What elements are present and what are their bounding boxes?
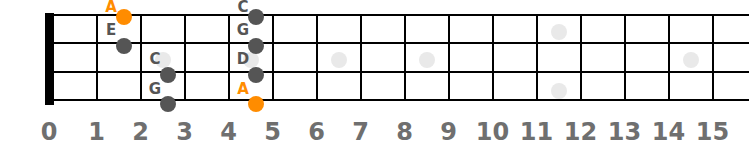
inlay-marker-15 — [683, 52, 699, 68]
note-dot-C-Gstring-fret5[interactable] — [248, 9, 264, 25]
nut — [45, 13, 54, 105]
note-dot-A-Gstring-fret2[interactable] — [116, 9, 132, 25]
fret-number-3: 3 — [176, 120, 193, 144]
fret-number-7: 7 — [352, 120, 369, 144]
fret-number-15: 15 — [696, 120, 729, 144]
fret-number-6: 6 — [308, 120, 325, 144]
fret-wire-9 — [448, 14, 450, 101]
inlay-marker-12-top — [551, 24, 567, 40]
inlay-marker-7 — [331, 52, 347, 68]
fret-wire-10 — [492, 14, 494, 101]
fret-number-14: 14 — [652, 120, 685, 144]
note-dot-G-Dstring-fret5[interactable] — [248, 38, 264, 54]
fret-wire-14 — [668, 14, 670, 101]
fret-wire-12 — [580, 14, 582, 101]
fret-wire-5 — [272, 14, 274, 101]
fret-wire-2 — [140, 14, 142, 101]
fret-number-9: 9 — [440, 120, 457, 144]
note-label-E-Dstring-fret2: E — [106, 23, 116, 38]
note-label-C-Astring-fret3: C — [149, 52, 160, 67]
fret-wire-3 — [184, 14, 186, 101]
fret-wire-7 — [360, 14, 362, 101]
note-label-A-Estring-fret5: A — [237, 81, 249, 96]
note-label-D-Astring-fret5: D — [237, 52, 249, 67]
fret-wire-11 — [536, 14, 538, 101]
fret-number-13: 13 — [608, 120, 641, 144]
fret-wire-1 — [96, 14, 98, 101]
fret-number-5: 5 — [264, 120, 281, 144]
note-label-G-Estring-fret3: G — [149, 81, 161, 96]
note-label-A-Gstring-fret2: A — [105, 0, 117, 15]
fret-wire-6 — [316, 14, 318, 101]
fret-wire-8 — [404, 14, 406, 101]
fret-number-12: 12 — [564, 120, 597, 144]
fret-number-4: 4 — [220, 120, 237, 144]
string-G — [52, 14, 749, 16]
fret-number-11: 11 — [520, 120, 553, 144]
note-label-C-Gstring-fret5: C — [237, 0, 248, 15]
note-label-G-Dstring-fret5: G — [237, 23, 249, 38]
fret-number-2: 2 — [132, 120, 149, 144]
string-E — [52, 99, 749, 101]
inlay-marker-9 — [419, 52, 435, 68]
fret-number-1: 1 — [88, 120, 105, 144]
note-dot-E-Dstring-fret2[interactable] — [116, 38, 132, 54]
note-dot-C-Astring-fret3[interactable] — [160, 67, 176, 83]
fretboard: AECGCGDA0123456789101112131415 — [0, 0, 749, 146]
inlay-marker-12-bottom — [551, 83, 567, 99]
fretboard-diagram: AECGCGDA0123456789101112131415 — [0, 0, 749, 146]
fret-number-0: 0 — [41, 120, 58, 144]
note-dot-A-Estring-fret5[interactable] — [248, 96, 264, 112]
note-dot-D-Astring-fret5[interactable] — [248, 67, 264, 83]
fret-number-10: 10 — [476, 120, 509, 144]
fret-wire-4 — [228, 14, 230, 101]
fret-number-8: 8 — [396, 120, 413, 144]
fret-wire-15 — [712, 14, 714, 101]
note-dot-G-Estring-fret3[interactable] — [160, 96, 176, 112]
string-A — [52, 71, 749, 73]
string-D — [52, 42, 749, 44]
fret-wire-13 — [624, 14, 626, 101]
